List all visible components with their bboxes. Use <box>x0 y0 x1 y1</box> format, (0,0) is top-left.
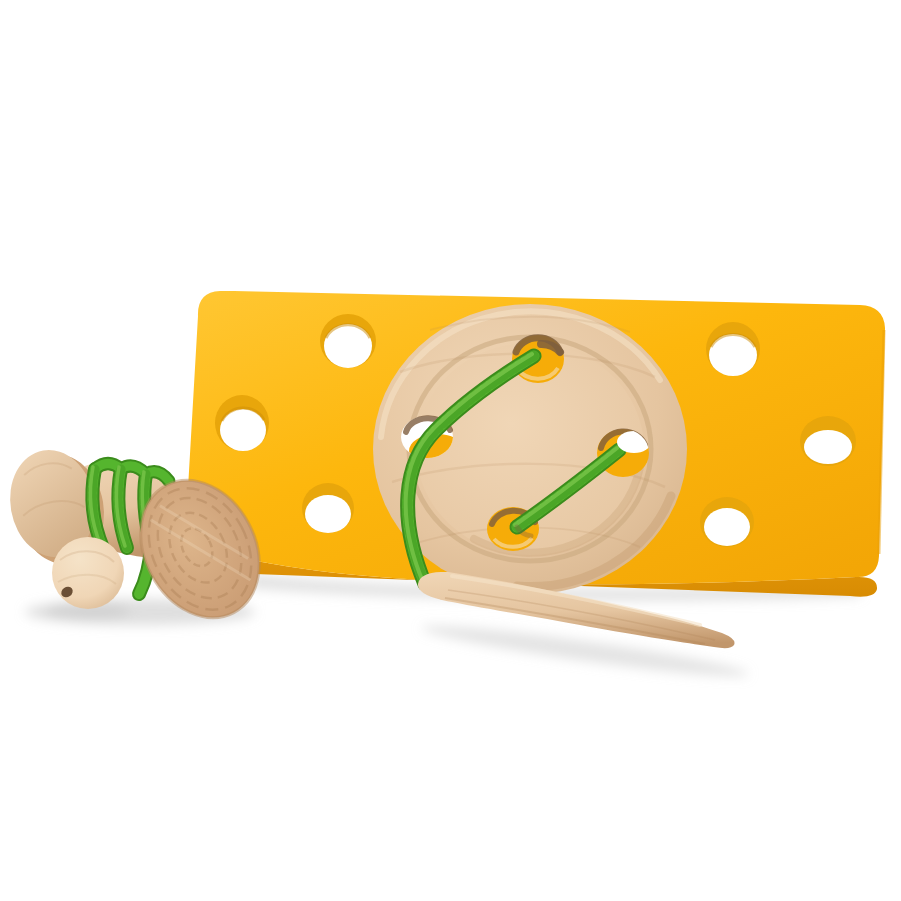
hole-opening <box>704 508 750 546</box>
product-photo <box>0 0 901 901</box>
hole-opening <box>804 430 852 464</box>
board-hole-left <box>215 395 269 451</box>
hole-opening <box>305 495 351 533</box>
toy-scene-svg <box>0 0 901 901</box>
bead-body <box>52 537 124 609</box>
board-hole-bottom-right <box>700 497 754 547</box>
board-hole-top-left <box>320 314 376 368</box>
board-hole-bottom-left <box>302 483 354 533</box>
wooden-bead <box>52 537 124 609</box>
board-hole-top-right <box>706 322 760 376</box>
board-hole-right <box>800 416 856 466</box>
